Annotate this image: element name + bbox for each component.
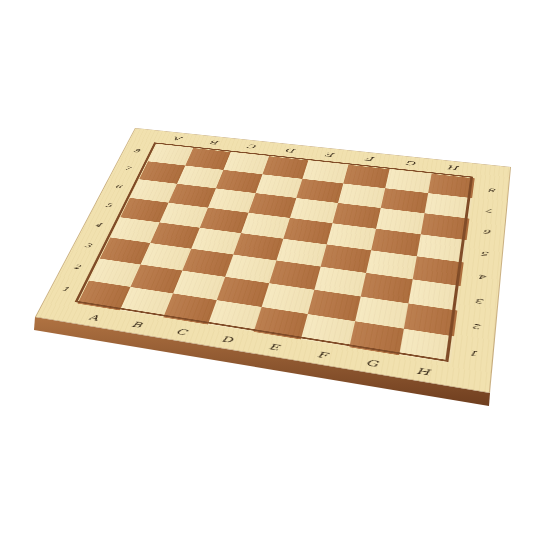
rank-label-right-1: 1 [455, 337, 495, 370]
product-photo-scene: AABBCCDDEEFFGGHH8877665544332211 [0, 0, 533, 533]
